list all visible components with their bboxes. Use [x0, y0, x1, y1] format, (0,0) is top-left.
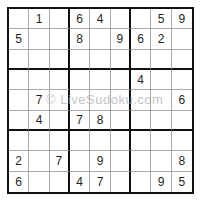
cell-r5c1[interactable] — [9, 90, 29, 110]
cell-r5c6[interactable] — [111, 90, 131, 110]
cell-r2c8[interactable]: 2 — [151, 29, 171, 49]
cell-r8c6[interactable] — [111, 151, 131, 171]
cell-r8c4[interactable] — [70, 151, 90, 171]
cell-r2c3[interactable] — [50, 29, 70, 49]
cell-r8c2[interactable] — [29, 151, 49, 171]
cell-r6c1[interactable] — [9, 111, 29, 131]
cell-r5c5[interactable] — [90, 90, 110, 110]
cell-r8c3[interactable]: 7 — [50, 151, 70, 171]
cell-r7c2[interactable] — [29, 131, 49, 151]
cell-r5c2[interactable]: 7 — [29, 90, 49, 110]
cell-r2c7[interactable]: 6 — [131, 29, 151, 49]
cell-r4c9[interactable] — [172, 70, 192, 90]
cell-r3c3[interactable] — [50, 50, 70, 70]
cell-r6c5[interactable]: 8 — [90, 111, 110, 131]
cell-r4c3[interactable] — [50, 70, 70, 90]
cell-r1c2[interactable]: 1 — [29, 9, 49, 29]
board-wrapper: 1645958962476478279864795 © LiveSudoku.c… — [7, 7, 194, 194]
cell-r9c1[interactable]: 6 — [9, 172, 29, 192]
cell-r8c7[interactable] — [131, 151, 151, 171]
cell-r3c4[interactable] — [70, 50, 90, 70]
cell-r9c4[interactable]: 4 — [70, 172, 90, 192]
cell-r4c1[interactable] — [9, 70, 29, 90]
cell-r8c9[interactable]: 8 — [172, 151, 192, 171]
cell-r1c9[interactable]: 9 — [172, 9, 192, 29]
cell-r9c3[interactable] — [50, 172, 70, 192]
cell-r5c7[interactable] — [131, 90, 151, 110]
cell-r4c8[interactable] — [151, 70, 171, 90]
sudoku-board: 1645958962476478279864795 — [9, 9, 192, 192]
cell-r1c8[interactable]: 5 — [151, 9, 171, 29]
cell-r7c6[interactable] — [111, 131, 131, 151]
cell-r3c5[interactable] — [90, 50, 110, 70]
cell-r5c8[interactable] — [151, 90, 171, 110]
cell-r7c5[interactable] — [90, 131, 110, 151]
cell-r4c6[interactable] — [111, 70, 131, 90]
cell-r2c9[interactable] — [172, 29, 192, 49]
cell-r7c3[interactable] — [50, 131, 70, 151]
cell-r9c2[interactable] — [29, 172, 49, 192]
cell-r6c4[interactable]: 7 — [70, 111, 90, 131]
cell-r9c8[interactable]: 9 — [151, 172, 171, 192]
cell-r7c1[interactable] — [9, 131, 29, 151]
cell-r2c5[interactable] — [90, 29, 110, 49]
cell-r1c5[interactable]: 4 — [90, 9, 110, 29]
cell-r1c1[interactable] — [9, 9, 29, 29]
cell-r8c8[interactable] — [151, 151, 171, 171]
cell-r8c5[interactable]: 9 — [90, 151, 110, 171]
cell-r1c7[interactable] — [131, 9, 151, 29]
cell-r1c4[interactable]: 6 — [70, 9, 90, 29]
cell-r5c9[interactable]: 6 — [172, 90, 192, 110]
cell-r9c5[interactable]: 7 — [90, 172, 110, 192]
cell-r3c7[interactable] — [131, 50, 151, 70]
cell-r4c2[interactable] — [29, 70, 49, 90]
cell-r9c6[interactable] — [111, 172, 131, 192]
cell-r3c8[interactable] — [151, 50, 171, 70]
cell-r1c3[interactable] — [50, 9, 70, 29]
cell-r5c4[interactable] — [70, 90, 90, 110]
cell-r9c9[interactable]: 5 — [172, 172, 192, 192]
cell-r4c7[interactable]: 4 — [131, 70, 151, 90]
cell-r4c4[interactable] — [70, 70, 90, 90]
cell-r3c1[interactable] — [9, 50, 29, 70]
cell-r2c1[interactable]: 5 — [9, 29, 29, 49]
cell-r7c4[interactable] — [70, 131, 90, 151]
cell-r3c2[interactable] — [29, 50, 49, 70]
cell-r7c9[interactable] — [172, 131, 192, 151]
cell-r3c6[interactable] — [111, 50, 131, 70]
cell-r6c8[interactable] — [151, 111, 171, 131]
cell-r6c9[interactable] — [172, 111, 192, 131]
cell-r6c6[interactable] — [111, 111, 131, 131]
cell-r2c6[interactable]: 9 — [111, 29, 131, 49]
cell-r4c5[interactable] — [90, 70, 110, 90]
cell-r2c2[interactable] — [29, 29, 49, 49]
cell-r8c1[interactable]: 2 — [9, 151, 29, 171]
cell-r7c7[interactable] — [131, 131, 151, 151]
cell-r3c9[interactable] — [172, 50, 192, 70]
cell-r5c3[interactable] — [50, 90, 70, 110]
cell-r6c7[interactable] — [131, 111, 151, 131]
cell-r6c2[interactable]: 4 — [29, 111, 49, 131]
cell-r2c4[interactable]: 8 — [70, 29, 90, 49]
cell-r7c8[interactable] — [151, 131, 171, 151]
cell-r1c6[interactable] — [111, 9, 131, 29]
cell-r9c7[interactable] — [131, 172, 151, 192]
cell-r6c3[interactable] — [50, 111, 70, 131]
